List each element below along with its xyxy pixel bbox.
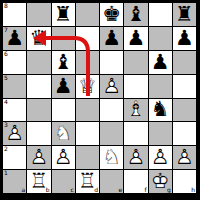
square-e8[interactable]: ♚ <box>100 3 123 26</box>
square-g8[interactable] <box>149 3 172 26</box>
square-b4[interactable] <box>27 99 50 122</box>
file-label-g: g <box>167 187 171 193</box>
square-h3[interactable] <box>173 122 196 145</box>
black-queen: ♛ <box>27 27 50 50</box>
white-pawn: ♟♙ <box>124 146 147 169</box>
rank-label-2: 2 <box>4 146 8 152</box>
square-h6[interactable] <box>173 51 196 74</box>
rank-label-8: 8 <box>4 3 8 9</box>
square-h5[interactable] <box>173 75 196 98</box>
square-f3[interactable] <box>124 122 147 145</box>
file-label-f: f <box>144 187 146 193</box>
square-h7[interactable]: ♟ <box>173 27 196 50</box>
square-f4[interactable]: ♝♗ <box>124 99 147 122</box>
square-h1[interactable]: h <box>173 170 196 193</box>
square-d4[interactable] <box>76 99 99 122</box>
square-d3[interactable] <box>76 122 99 145</box>
white-knight: ♞♘ <box>52 122 75 145</box>
file-label-d: d <box>94 187 98 193</box>
square-g5[interactable] <box>149 75 172 98</box>
square-g1[interactable]: g♚♔ <box>149 170 172 193</box>
white-knight: ♞♘ <box>100 146 123 169</box>
square-h4[interactable] <box>173 99 196 122</box>
file-label-c: c <box>70 187 73 193</box>
square-d5[interactable]: ♛♕ <box>76 75 99 98</box>
black-knight: ♞ <box>149 99 172 122</box>
file-label-e: e <box>119 187 123 193</box>
black-pawn: ♟ <box>173 27 196 50</box>
square-c2[interactable]: ♟♙ <box>52 146 75 169</box>
black-pawn: ♟ <box>100 27 123 50</box>
square-g2[interactable]: ♟♙ <box>149 146 172 169</box>
white-rook: ♜♖ <box>27 170 50 193</box>
white-bishop: ♝♗ <box>124 99 147 122</box>
square-a2[interactable]: 2 <box>3 146 26 169</box>
black-rook: ♜ <box>173 3 196 26</box>
square-h8[interactable]: ♜ <box>173 3 196 26</box>
square-b8[interactable] <box>27 3 50 26</box>
square-c6[interactable]: ♝ <box>52 51 75 74</box>
white-pawn: ♟♙ <box>173 146 196 169</box>
white-pawn: ♟♙ <box>52 146 75 169</box>
square-f1[interactable]: f <box>124 170 147 193</box>
square-c1[interactable]: c <box>52 170 75 193</box>
square-g3[interactable] <box>149 122 172 145</box>
square-d1[interactable]: d♜♖ <box>76 170 99 193</box>
square-f7[interactable]: ♟ <box>124 27 147 50</box>
square-e1[interactable]: e <box>100 170 123 193</box>
square-b1[interactable]: b♜♖ <box>27 170 50 193</box>
black-rook: ♜ <box>52 3 75 26</box>
black-pawn: ♟ <box>52 75 75 98</box>
rank-label-6: 6 <box>4 51 8 57</box>
square-e2[interactable]: ♞♘ <box>100 146 123 169</box>
square-f5[interactable] <box>124 75 147 98</box>
square-f6[interactable] <box>124 51 147 74</box>
black-king: ♚ <box>100 3 123 26</box>
square-b7[interactable]: ♛ <box>27 27 50 50</box>
square-b5[interactable] <box>27 75 50 98</box>
black-pawn: ♟ <box>149 51 172 74</box>
white-pawn: ♟♙ <box>100 75 123 98</box>
white-rook: ♜♖ <box>76 170 99 193</box>
square-c3[interactable]: ♞♘ <box>52 122 75 145</box>
file-label-b: b <box>46 187 50 193</box>
chess-board: 8♜♚♝♜7♟♛♟♟♟6♝♟5♟♛♕♟♙4♝♗♞3♟♙♞♘2♟♙♟♙♞♘♟♙♟♙… <box>2 2 197 194</box>
rank-label-3: 3 <box>4 122 8 128</box>
square-f8[interactable]: ♝ <box>124 3 147 26</box>
square-g4[interactable]: ♞ <box>149 99 172 122</box>
file-label-a: a <box>22 187 26 193</box>
chess-diagram: 8♜♚♝♜7♟♛♟♟♟6♝♟5♟♛♕♟♙4♝♗♞3♟♙♞♘2♟♙♟♙♞♘♟♙♟♙… <box>0 0 200 200</box>
file-label-h: h <box>191 187 195 193</box>
square-g7[interactable] <box>149 27 172 50</box>
square-b6[interactable] <box>27 51 50 74</box>
rank-label-1: 1 <box>4 170 8 176</box>
square-a1[interactable]: 1a <box>3 170 26 193</box>
white-pawn: ♟♙ <box>3 122 26 145</box>
square-a7[interactable]: 7♟ <box>3 27 26 50</box>
white-pawn: ♟♙ <box>27 146 50 169</box>
white-king: ♚♔ <box>149 170 172 193</box>
square-b2[interactable]: ♟♙ <box>27 146 50 169</box>
square-d7[interactable] <box>76 27 99 50</box>
square-e5[interactable]: ♟♙ <box>100 75 123 98</box>
black-bishop: ♝ <box>124 3 147 26</box>
square-f2[interactable]: ♟♙ <box>124 146 147 169</box>
rank-label-4: 4 <box>4 99 8 105</box>
square-e3[interactable] <box>100 122 123 145</box>
rank-label-5: 5 <box>4 75 8 81</box>
square-h2[interactable]: ♟♙ <box>173 146 196 169</box>
square-e7[interactable]: ♟ <box>100 27 123 50</box>
square-a6[interactable]: 6 <box>3 51 26 74</box>
square-a4[interactable]: 4 <box>3 99 26 122</box>
square-d8[interactable] <box>76 3 99 26</box>
white-pawn: ♟♙ <box>149 146 172 169</box>
square-e4[interactable] <box>100 99 123 122</box>
square-c5[interactable]: ♟ <box>52 75 75 98</box>
square-c7[interactable] <box>52 27 75 50</box>
square-c8[interactable]: ♜ <box>52 3 75 26</box>
square-e6[interactable] <box>100 51 123 74</box>
black-pawn: ♟ <box>124 27 147 50</box>
square-g6[interactable]: ♟ <box>149 51 172 74</box>
square-b3[interactable] <box>27 122 50 145</box>
square-a5[interactable]: 5 <box>3 75 26 98</box>
black-bishop: ♝ <box>52 51 75 74</box>
square-d6[interactable] <box>76 51 99 74</box>
square-c4[interactable] <box>52 99 75 122</box>
square-a3[interactable]: 3♟♙ <box>3 122 26 145</box>
white-queen: ♛♕ <box>76 75 99 98</box>
square-d2[interactable] <box>76 146 99 169</box>
square-a8[interactable]: 8 <box>3 3 26 26</box>
black-pawn: ♟ <box>3 27 26 50</box>
rank-label-7: 7 <box>4 27 8 33</box>
